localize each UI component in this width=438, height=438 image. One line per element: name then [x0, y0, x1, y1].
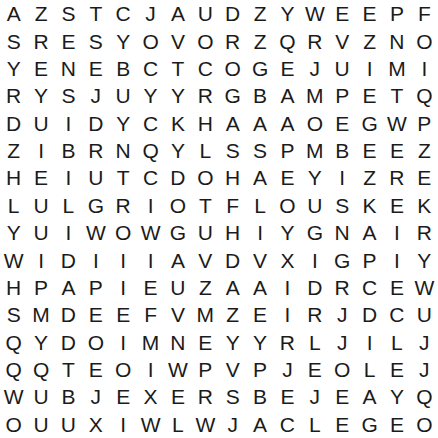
grid-cell[interactable]: U	[82, 164, 109, 191]
grid-cell[interactable]: T	[164, 55, 191, 82]
grid-cell[interactable]: E	[164, 383, 191, 410]
grid-cell[interactable]: L	[301, 411, 328, 438]
grid-cell[interactable]: H	[219, 164, 246, 191]
grid-cell[interactable]: A	[246, 164, 273, 191]
grid-cell[interactable]: A	[55, 274, 82, 301]
grid-cell[interactable]: M	[301, 137, 328, 164]
grid-cell[interactable]: C	[192, 55, 219, 82]
grid-cell[interactable]: P	[356, 246, 383, 273]
grid-cell[interactable]: C	[137, 164, 164, 191]
grid-cell[interactable]: E	[246, 301, 273, 328]
grid-cell[interactable]: E	[110, 301, 137, 328]
grid-cell[interactable]: E	[192, 329, 219, 356]
grid-cell[interactable]: R	[219, 27, 246, 54]
grid-cell[interactable]: Q	[0, 329, 27, 356]
grid-cell[interactable]: I	[27, 137, 54, 164]
grid-cell[interactable]: N	[329, 219, 356, 246]
grid-cell[interactable]: W	[0, 383, 27, 410]
grid-cell[interactable]: E	[27, 164, 54, 191]
grid-cell[interactable]: P	[27, 274, 54, 301]
grid-cell[interactable]: I	[137, 356, 164, 383]
grid-cell[interactable]: E	[329, 411, 356, 438]
grid-cell[interactable]: E	[274, 55, 301, 82]
grid-cell[interactable]: Z	[356, 164, 383, 191]
word-search-page: AZSTCJAUDZYWEEPFSRESYOVORZQRVZNOYENEBCTC…	[0, 0, 438, 438]
grid-cell[interactable]: Y	[246, 329, 273, 356]
grid-cell[interactable]: J	[82, 383, 109, 410]
grid-cell[interactable]: Y	[110, 110, 137, 137]
grid-cell[interactable]: I	[82, 246, 109, 273]
grid-cell[interactable]: U	[27, 110, 54, 137]
grid-cell[interactable]: I	[246, 219, 273, 246]
grid-cell[interactable]: E	[82, 55, 109, 82]
grid-cell[interactable]: E	[82, 301, 109, 328]
grid-cell[interactable]: W	[301, 0, 328, 27]
grid-cell[interactable]: I	[55, 164, 82, 191]
grid-cell[interactable]: J	[301, 383, 328, 410]
grid-cell[interactable]: V	[246, 246, 273, 273]
grid-cell[interactable]: Q	[274, 27, 301, 54]
grid-cell[interactable]: D	[82, 110, 109, 137]
grid-cell[interactable]: E	[27, 55, 54, 82]
grid-cell[interactable]: O	[82, 329, 109, 356]
grid-cell[interactable]: I	[137, 192, 164, 219]
grid-cell[interactable]: V	[192, 246, 219, 273]
grid-cell[interactable]: E	[110, 383, 137, 410]
grid-cell[interactable]: I	[110, 411, 137, 438]
grid-cell[interactable]: N	[383, 27, 410, 54]
grid-cell[interactable]: U	[27, 383, 54, 410]
grid-cell[interactable]: Y	[274, 219, 301, 246]
grid-cell[interactable]: O	[411, 27, 438, 54]
word-search-grid: AZSTCJAUDZYWEEPFSRESYOVORZQRVZNOYENEBCTC…	[0, 0, 438, 438]
grid-cell[interactable]: T	[110, 164, 137, 191]
grid-cell[interactable]: R	[274, 329, 301, 356]
grid-cell[interactable]: Y	[219, 329, 246, 356]
grid-cell[interactable]: Z	[246, 27, 273, 54]
grid-cell[interactable]: L	[164, 411, 191, 438]
grid-cell[interactable]: I	[110, 329, 137, 356]
grid-cell[interactable]: B	[55, 383, 82, 410]
grid-cell[interactable]: E	[301, 356, 328, 383]
grid-cell[interactable]: Y	[27, 82, 54, 109]
grid-cell[interactable]: H	[219, 219, 246, 246]
grid-cell[interactable]: W	[137, 411, 164, 438]
grid-cell[interactable]: N	[55, 55, 82, 82]
grid-cell[interactable]: Y	[27, 329, 54, 356]
grid-cell[interactable]: E	[383, 192, 410, 219]
grid-cell[interactable]: G	[82, 192, 109, 219]
grid-cell[interactable]: O	[219, 55, 246, 82]
grid-cell[interactable]: O	[192, 164, 219, 191]
grid-cell[interactable]: Y	[0, 219, 27, 246]
grid-cell[interactable]: U	[110, 82, 137, 109]
grid-cell[interactable]: Y	[164, 82, 191, 109]
grid-cell[interactable]: W	[192, 411, 219, 438]
grid-cell[interactable]: S	[0, 27, 27, 54]
grid-cell[interactable]: M	[192, 301, 219, 328]
grid-cell[interactable]: A	[164, 0, 191, 27]
grid-cell[interactable]: A	[219, 274, 246, 301]
grid-cell[interactable]: D	[301, 274, 328, 301]
grid-cell[interactable]: S	[55, 0, 82, 27]
grid-cell[interactable]: K	[164, 110, 191, 137]
grid-cell[interactable]: U	[164, 274, 191, 301]
grid-cell[interactable]: R	[82, 137, 109, 164]
grid-cell[interactable]: J	[329, 329, 356, 356]
grid-cell[interactable]: R	[27, 27, 54, 54]
grid-cell[interactable]: W	[82, 219, 109, 246]
grid-cell[interactable]: D	[219, 0, 246, 27]
grid-cell[interactable]: V	[329, 27, 356, 54]
grid-cell[interactable]: Z	[192, 274, 219, 301]
grid-cell[interactable]: J	[329, 301, 356, 328]
grid-cell[interactable]: R	[329, 274, 356, 301]
grid-cell[interactable]: E	[383, 356, 410, 383]
grid-cell[interactable]: O	[164, 192, 191, 219]
grid-cell[interactable]: C	[110, 0, 137, 27]
grid-cell[interactable]: H	[0, 164, 27, 191]
grid-cell[interactable]: D	[55, 301, 82, 328]
grid-cell[interactable]: P	[383, 0, 410, 27]
grid-cell[interactable]: Z	[0, 137, 27, 164]
grid-cell[interactable]: E	[329, 0, 356, 27]
grid-cell[interactable]: E	[82, 356, 109, 383]
grid-cell[interactable]: D	[55, 329, 82, 356]
grid-cell[interactable]: P	[192, 356, 219, 383]
grid-cell[interactable]: C	[137, 55, 164, 82]
grid-cell[interactable]: B	[246, 82, 273, 109]
grid-cell[interactable]: C	[383, 301, 410, 328]
grid-cell[interactable]: D	[219, 246, 246, 273]
grid-cell[interactable]: O	[110, 356, 137, 383]
grid-cell[interactable]: I	[274, 274, 301, 301]
grid-cell[interactable]: Y	[383, 383, 410, 410]
grid-cell[interactable]: M	[27, 301, 54, 328]
grid-cell[interactable]: J	[219, 411, 246, 438]
grid-cell[interactable]: E	[356, 82, 383, 109]
grid-cell[interactable]: G	[356, 110, 383, 137]
grid-cell[interactable]: L	[0, 192, 27, 219]
grid-cell[interactable]: D	[356, 301, 383, 328]
grid-cell[interactable]: C	[274, 411, 301, 438]
grid-cell[interactable]: V	[164, 27, 191, 54]
grid-cell[interactable]: I	[329, 164, 356, 191]
grid-cell[interactable]: I	[383, 246, 410, 273]
grid-cell[interactable]: Q	[411, 82, 438, 109]
grid-cell[interactable]: W	[137, 219, 164, 246]
grid-cell[interactable]: E	[274, 383, 301, 410]
grid-cell[interactable]: H	[192, 110, 219, 137]
grid-cell[interactable]: I	[137, 246, 164, 273]
grid-cell[interactable]: G	[246, 55, 273, 82]
grid-cell[interactable]: G	[301, 219, 328, 246]
grid-cell[interactable]: R	[411, 219, 438, 246]
grid-cell[interactable]: U	[55, 411, 82, 438]
grid-cell[interactable]: Y	[274, 0, 301, 27]
grid-cell[interactable]: E	[274, 164, 301, 191]
grid-cell[interactable]: I	[356, 55, 383, 82]
grid-cell[interactable]: U	[27, 192, 54, 219]
grid-cell[interactable]: D	[164, 164, 191, 191]
grid-cell[interactable]: L	[356, 356, 383, 383]
grid-cell[interactable]: E	[356, 0, 383, 27]
grid-cell[interactable]: C	[356, 274, 383, 301]
grid-cell[interactable]: W	[411, 274, 438, 301]
grid-cell[interactable]: R	[192, 82, 219, 109]
grid-cell[interactable]: S	[82, 27, 109, 54]
grid-cell[interactable]: X	[137, 383, 164, 410]
grid-cell[interactable]: O	[137, 27, 164, 54]
grid-cell[interactable]: Q	[0, 356, 27, 383]
grid-cell[interactable]: E	[411, 164, 438, 191]
grid-cell[interactable]: S	[219, 137, 246, 164]
grid-cell[interactable]: Z	[219, 301, 246, 328]
grid-cell[interactable]: B	[110, 55, 137, 82]
grid-cell[interactable]: D	[0, 110, 27, 137]
grid-cell[interactable]: F	[219, 192, 246, 219]
grid-cell[interactable]: O	[329, 356, 356, 383]
grid-cell[interactable]: I	[27, 246, 54, 273]
grid-cell[interactable]: I	[110, 246, 137, 273]
grid-cell[interactable]: W	[0, 246, 27, 273]
grid-cell[interactable]: U	[192, 0, 219, 27]
grid-cell[interactable]: Y	[411, 246, 438, 273]
grid-cell[interactable]: U	[301, 192, 328, 219]
grid-cell[interactable]: U	[329, 55, 356, 82]
grid-cell[interactable]: K	[411, 192, 438, 219]
grid-cell[interactable]: O	[274, 192, 301, 219]
grid-cell[interactable]: T	[55, 356, 82, 383]
grid-cell[interactable]: E	[356, 137, 383, 164]
grid-cell[interactable]: C	[137, 110, 164, 137]
grid-cell[interactable]: E	[383, 411, 410, 438]
grid-cell[interactable]: O	[110, 219, 137, 246]
grid-cell[interactable]: E	[137, 274, 164, 301]
grid-cell[interactable]: S	[329, 192, 356, 219]
grid-cell[interactable]: W	[164, 356, 191, 383]
grid-cell[interactable]: Y	[164, 137, 191, 164]
grid-cell[interactable]: Q	[137, 137, 164, 164]
grid-cell[interactable]: Z	[27, 0, 54, 27]
grid-cell[interactable]: H	[0, 274, 27, 301]
grid-cell[interactable]: L	[246, 192, 273, 219]
grid-cell[interactable]: A	[164, 246, 191, 273]
grid-cell[interactable]: A	[219, 110, 246, 137]
grid-cell[interactable]: Z	[246, 0, 273, 27]
grid-cell[interactable]: A	[0, 0, 27, 27]
grid-cell[interactable]: R	[301, 301, 328, 328]
grid-cell[interactable]: T	[192, 192, 219, 219]
grid-cell[interactable]: G	[356, 411, 383, 438]
grid-cell[interactable]: I	[301, 246, 328, 273]
grid-cell[interactable]: A	[274, 82, 301, 109]
grid-cell[interactable]: A	[246, 110, 273, 137]
grid-cell[interactable]: B	[246, 383, 273, 410]
grid-cell[interactable]: D	[55, 246, 82, 273]
grid-cell[interactable]: V	[219, 356, 246, 383]
grid-cell[interactable]: O	[301, 110, 328, 137]
grid-cell[interactable]: A	[356, 219, 383, 246]
grid-cell[interactable]: P	[274, 137, 301, 164]
grid-cell[interactable]: U	[411, 301, 438, 328]
grid-cell[interactable]: R	[110, 192, 137, 219]
grid-cell[interactable]: M	[383, 55, 410, 82]
grid-cell[interactable]: L	[55, 192, 82, 219]
grid-cell[interactable]: S	[0, 301, 27, 328]
grid-cell[interactable]: F	[411, 0, 438, 27]
grid-cell[interactable]: G	[219, 82, 246, 109]
grid-cell[interactable]: T	[383, 82, 410, 109]
grid-cell[interactable]: S	[246, 137, 273, 164]
grid-cell[interactable]: Q	[411, 383, 438, 410]
grid-cell[interactable]: Z	[411, 137, 438, 164]
grid-cell[interactable]: U	[192, 219, 219, 246]
grid-cell[interactable]: O	[411, 411, 438, 438]
grid-cell[interactable]: J	[411, 356, 438, 383]
grid-cell[interactable]: J	[137, 0, 164, 27]
grid-cell[interactable]: W	[383, 110, 410, 137]
grid-cell[interactable]: G	[329, 246, 356, 273]
grid-cell[interactable]: I	[110, 274, 137, 301]
grid-cell[interactable]: M	[137, 329, 164, 356]
grid-cell[interactable]: J	[411, 329, 438, 356]
grid-cell[interactable]: L	[301, 329, 328, 356]
grid-cell[interactable]: P	[82, 274, 109, 301]
grid-cell[interactable]: N	[164, 329, 191, 356]
grid-cell[interactable]: S	[55, 82, 82, 109]
grid-cell[interactable]: A	[246, 274, 273, 301]
grid-cell[interactable]: K	[356, 192, 383, 219]
grid-cell[interactable]: L	[383, 329, 410, 356]
grid-cell[interactable]: V	[164, 301, 191, 328]
grid-cell[interactable]: E	[329, 110, 356, 137]
grid-cell[interactable]: I	[274, 301, 301, 328]
grid-cell[interactable]: S	[219, 383, 246, 410]
grid-cell[interactable]: I	[411, 55, 438, 82]
grid-cell[interactable]: Y	[0, 55, 27, 82]
grid-cell[interactable]: I	[383, 219, 410, 246]
grid-cell[interactable]: J	[274, 356, 301, 383]
grid-cell[interactable]: B	[329, 137, 356, 164]
grid-cell[interactable]: E	[383, 137, 410, 164]
grid-cell[interactable]: U	[27, 411, 54, 438]
grid-cell[interactable]: U	[27, 219, 54, 246]
grid-cell[interactable]: A	[246, 411, 273, 438]
grid-cell[interactable]: R	[0, 82, 27, 109]
grid-cell[interactable]: B	[55, 137, 82, 164]
grid-cell[interactable]: T	[82, 0, 109, 27]
grid-cell[interactable]: J	[301, 55, 328, 82]
grid-cell[interactable]: Y	[110, 27, 137, 54]
grid-cell[interactable]: M	[301, 82, 328, 109]
grid-cell[interactable]: J	[82, 82, 109, 109]
grid-cell[interactable]: N	[110, 137, 137, 164]
grid-cell[interactable]: G	[164, 219, 191, 246]
grid-cell[interactable]: A	[356, 383, 383, 410]
grid-cell[interactable]: A	[274, 110, 301, 137]
grid-cell[interactable]: E	[329, 383, 356, 410]
grid-cell[interactable]: O	[192, 27, 219, 54]
grid-cell[interactable]: R	[192, 383, 219, 410]
grid-cell[interactable]: R	[383, 164, 410, 191]
grid-cell[interactable]: P	[329, 82, 356, 109]
grid-cell[interactable]: F	[137, 301, 164, 328]
grid-cell[interactable]: E	[383, 274, 410, 301]
grid-cell[interactable]: R	[301, 27, 328, 54]
grid-cell[interactable]: X	[274, 246, 301, 273]
grid-cell[interactable]: Y	[137, 82, 164, 109]
grid-cell[interactable]: X	[82, 411, 109, 438]
grid-cell[interactable]: I	[55, 219, 82, 246]
grid-cell[interactable]: I	[55, 110, 82, 137]
grid-cell[interactable]: P	[246, 356, 273, 383]
grid-cell[interactable]: Z	[356, 27, 383, 54]
grid-cell[interactable]: I	[356, 329, 383, 356]
grid-cell[interactable]: Q	[27, 356, 54, 383]
grid-cell[interactable]: E	[55, 27, 82, 54]
grid-cell[interactable]: L	[192, 137, 219, 164]
grid-cell[interactable]: P	[411, 110, 438, 137]
grid-cell[interactable]: Y	[301, 164, 328, 191]
grid-cell[interactable]: O	[0, 411, 27, 438]
